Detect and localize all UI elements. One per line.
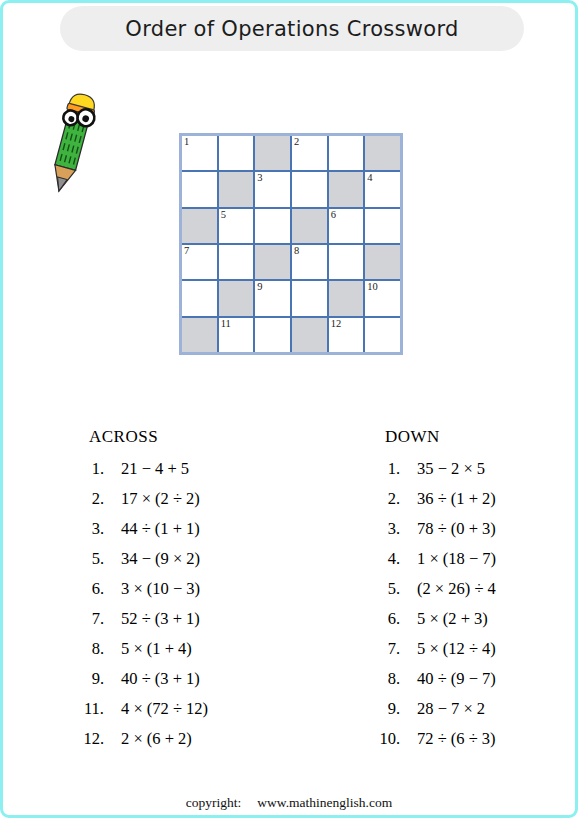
clue-number: 2. [79, 489, 104, 509]
clue-expression: 36 ÷ (1 + 2) [417, 489, 565, 509]
down-clue-1: 1.35 − 2 × 5 [375, 454, 565, 484]
block-cell [219, 281, 254, 315]
down-clue-5: 5.(2 × 26) ÷ 4 [375, 574, 565, 604]
clue-number: 3. [375, 519, 400, 539]
entry-cell[interactable] [219, 136, 254, 170]
entry-cell[interactable]: 11 [219, 318, 254, 352]
clue-number: 8. [79, 639, 104, 659]
cell-clue-number: 4 [367, 172, 372, 184]
clue-expression: 2 × (6 + 2) [121, 729, 309, 749]
entry-cell[interactable]: 7 [182, 245, 217, 279]
entry-cell[interactable]: 4 [365, 172, 400, 206]
entry-cell[interactable]: 1 [182, 136, 217, 170]
entry-cell[interactable] [255, 209, 290, 243]
down-clue-3: 3.78 ÷ (0 + 3) [375, 514, 565, 544]
copyright-label: copyright: [186, 795, 242, 810]
entry-cell[interactable] [329, 245, 364, 279]
entry-cell[interactable] [329, 136, 364, 170]
across-clue-3: 3.44 ÷ (1 + 1) [79, 514, 309, 544]
clue-expression: 78 ÷ (0 + 3) [417, 519, 565, 539]
cell-clue-number: 12 [331, 318, 342, 330]
block-cell [292, 209, 327, 243]
entry-cell[interactable]: 12 [329, 318, 364, 352]
entry-cell[interactable]: 2 [292, 136, 327, 170]
clue-number: 7. [79, 609, 104, 629]
across-clue-9: 9.40 ÷ (3 + 1) [79, 664, 309, 694]
entry-cell[interactable] [255, 318, 290, 352]
clue-number: 3. [79, 519, 104, 539]
down-clue-8: 8.40 ÷ (9 − 7) [375, 664, 565, 694]
clue-number: 2. [375, 489, 400, 509]
down-clue-2: 2.36 ÷ (1 + 2) [375, 484, 565, 514]
block-cell [255, 136, 290, 170]
clue-number: 9. [375, 699, 400, 719]
clue-expression: 52 ÷ (3 + 1) [121, 609, 309, 629]
clue-expression: 72 ÷ (6 ÷ 3) [417, 729, 565, 749]
down-clue-7: 7.5 × (12 ÷ 4) [375, 634, 565, 664]
down-clue-10: 10.72 ÷ (6 ÷ 3) [375, 724, 565, 754]
across-clue-7: 7.52 ÷ (3 + 1) [79, 604, 309, 634]
clue-number: 6. [79, 579, 104, 599]
down-header: DOWN [375, 427, 565, 454]
across-header: ACROSS [79, 427, 309, 454]
clue-expression: 44 ÷ (1 + 1) [121, 519, 309, 539]
entry-cell[interactable]: 3 [255, 172, 290, 206]
across-clue-8: 8.5 × (1 + 4) [79, 634, 309, 664]
cell-clue-number: 5 [221, 209, 226, 221]
across-clue-2: 2.17 × (2 ÷ 2) [79, 484, 309, 514]
entry-cell[interactable] [365, 209, 400, 243]
copyright-line: copyright:www.mathinenglish.com [3, 795, 575, 811]
clue-number: 12. [79, 729, 104, 749]
crossword-board: 123456789101112 [179, 133, 403, 355]
clue-number: 8. [375, 669, 400, 689]
cell-clue-number: 8 [294, 245, 299, 257]
cell-clue-number: 1 [184, 136, 189, 148]
page-title: Order of Operations Crossword [125, 17, 458, 41]
cell-clue-number: 2 [294, 136, 299, 148]
entry-cell[interactable] [182, 281, 217, 315]
clue-expression: (2 × 26) ÷ 4 [417, 579, 565, 599]
clue-number: 1. [375, 459, 400, 479]
down-clue-6: 6.5 × (2 + 3) [375, 604, 565, 634]
clue-number: 5. [79, 549, 104, 569]
block-cell [365, 136, 400, 170]
block-cell [219, 172, 254, 206]
block-cell [329, 172, 364, 206]
entry-cell[interactable]: 9 [255, 281, 290, 315]
clue-number: 5. [375, 579, 400, 599]
clue-number: 7. [375, 639, 400, 659]
cell-clue-number: 7 [184, 245, 189, 257]
block-cell [182, 209, 217, 243]
down-clue-9: 9.28 − 7 × 2 [375, 694, 565, 724]
entry-cell[interactable] [365, 318, 400, 352]
entry-cell[interactable] [219, 245, 254, 279]
clue-expression: 35 − 2 × 5 [417, 459, 565, 479]
entry-cell[interactable]: 10 [365, 281, 400, 315]
title-banner: Order of Operations Crossword [60, 6, 524, 51]
clue-expression: 21 − 4 + 5 [121, 459, 309, 479]
across-clue-5: 5.34 − (9 × 2) [79, 544, 309, 574]
clue-expression: 28 − 7 × 2 [417, 699, 565, 719]
cell-clue-number: 11 [221, 318, 231, 330]
clue-number: 4. [375, 549, 400, 569]
block-cell [329, 281, 364, 315]
across-clues-list: ACROSS 1.21 − 4 + 52.17 × (2 ÷ 2)3.44 ÷ … [79, 427, 309, 754]
clue-expression: 3 × (10 − 3) [121, 579, 309, 599]
entry-cell[interactable] [292, 172, 327, 206]
entry-cell[interactable]: 8 [292, 245, 327, 279]
clue-expression: 40 ÷ (9 − 7) [417, 669, 565, 689]
across-clue-11: 11.4 × (72 ÷ 12) [79, 694, 309, 724]
cell-clue-number: 6 [331, 209, 336, 221]
site-url: www.mathinenglish.com [257, 795, 392, 810]
block-cell [182, 318, 217, 352]
block-cell [292, 318, 327, 352]
clue-number: 11. [79, 699, 104, 719]
block-cell [255, 245, 290, 279]
cell-clue-number: 10 [367, 281, 378, 293]
clue-expression: 5 × (1 + 4) [121, 639, 309, 659]
down-clues-list: DOWN 1.35 − 2 × 52.36 ÷ (1 + 2)3.78 ÷ (0… [375, 427, 565, 754]
entry-cell[interactable] [292, 281, 327, 315]
clue-number: 1. [79, 459, 104, 479]
clue-number: 9. [79, 669, 104, 689]
block-cell [365, 245, 400, 279]
clue-expression: 34 − (9 × 2) [121, 549, 309, 569]
clue-expression: 1 × (18 − 7) [417, 549, 565, 569]
entry-cell[interactable]: 6 [329, 209, 364, 243]
worksheet-page: Order of Operations Crossword 1234567891… [0, 0, 578, 818]
across-clue-1: 1.21 − 4 + 5 [79, 454, 309, 484]
clue-expression: 5 × (2 + 3) [417, 609, 565, 629]
clue-expression: 5 × (12 ÷ 4) [417, 639, 565, 659]
down-clue-4: 4.1 × (18 − 7) [375, 544, 565, 574]
clue-expression: 4 × (72 ÷ 12) [121, 699, 309, 719]
clue-number: 6. [375, 609, 400, 629]
clue-expression: 17 × (2 ÷ 2) [121, 489, 309, 509]
clue-number: 10. [375, 729, 400, 749]
pencil-mascot-icon [35, 91, 107, 205]
entry-cell[interactable]: 5 [219, 209, 254, 243]
across-clue-6: 6.3 × (10 − 3) [79, 574, 309, 604]
cell-clue-number: 9 [257, 281, 262, 293]
clue-expression: 40 ÷ (3 + 1) [121, 669, 309, 689]
cell-clue-number: 3 [257, 172, 262, 184]
entry-cell[interactable] [182, 172, 217, 206]
across-clue-12: 12.2 × (6 + 2) [79, 724, 309, 754]
